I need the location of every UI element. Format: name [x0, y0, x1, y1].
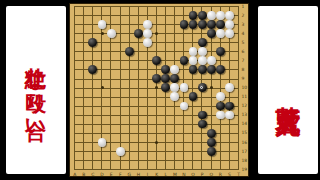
col-label: R — [216, 172, 224, 177]
white-stone — [216, 11, 225, 20]
row-label: 11 — [242, 94, 250, 99]
white-stone — [216, 111, 225, 120]
row-label: 16 — [242, 140, 250, 145]
black-stone — [198, 83, 207, 92]
white-stone — [207, 56, 216, 65]
row-label: 12 — [242, 103, 250, 108]
black-stone — [189, 92, 198, 101]
white-stone — [180, 102, 189, 111]
black-stone — [189, 20, 198, 29]
row-label: 8 — [242, 67, 250, 72]
col-label: J — [144, 172, 152, 177]
black-stone — [216, 65, 225, 74]
black-stone — [198, 111, 207, 120]
white-stone — [170, 65, 179, 74]
black-stone — [189, 65, 198, 74]
col-label: C — [89, 172, 97, 177]
row-label: 3 — [242, 22, 250, 27]
black-stone — [152, 74, 161, 83]
white-stone — [180, 83, 189, 92]
black-stone — [216, 102, 225, 111]
black-stone — [198, 120, 207, 129]
go-board: ABCDEFGHJKLMNOPQRST 12345678910111213141… — [69, 3, 249, 177]
black-stone — [161, 65, 170, 74]
col-label: G — [125, 172, 133, 177]
star-point — [155, 32, 158, 35]
row-label: 7 — [242, 58, 250, 63]
star-point — [101, 32, 104, 35]
white-stone — [216, 29, 225, 38]
col-label: D — [98, 172, 106, 177]
white-stone — [225, 11, 234, 20]
black-stone — [207, 138, 216, 147]
black-stone — [198, 65, 207, 74]
star-point — [155, 86, 158, 89]
black-stone — [207, 129, 216, 138]
white-stone — [216, 92, 225, 101]
col-label: H — [134, 172, 142, 177]
col-label: K — [153, 172, 161, 177]
col-label: P — [198, 172, 206, 177]
white-stone — [189, 56, 198, 65]
col-label: E — [107, 172, 115, 177]
white-stone — [225, 111, 234, 120]
col-label: L — [162, 172, 170, 177]
white-stone — [107, 29, 116, 38]
black-stone — [161, 74, 170, 83]
row-label: 14 — [242, 121, 250, 126]
black-stone — [225, 102, 234, 111]
black-stone — [207, 65, 216, 74]
col-label: B — [80, 172, 88, 177]
black-stone — [216, 20, 225, 29]
white-stone — [143, 38, 152, 47]
row-label: 10 — [242, 85, 250, 90]
row-label: 5 — [242, 40, 250, 45]
thumbnail-stage: 壮絶な殴り合い ABCDEFGHJKLMNOPQRST 123456789101… — [0, 0, 320, 180]
white-stone — [143, 29, 152, 38]
white-stone — [170, 83, 179, 92]
white-stone — [170, 92, 179, 101]
star-point — [101, 86, 104, 89]
row-label: 1 — [242, 4, 250, 9]
row-label: 4 — [242, 31, 250, 36]
white-stone — [198, 47, 207, 56]
row-label: 2 — [242, 13, 250, 18]
row-label: 15 — [242, 130, 250, 135]
black-stone — [207, 20, 216, 29]
black-stone — [152, 56, 161, 65]
black-stone — [161, 83, 170, 92]
white-stone — [198, 56, 207, 65]
col-label: S — [225, 172, 233, 177]
col-label: A — [71, 172, 79, 177]
white-stone — [225, 83, 234, 92]
black-stone — [170, 74, 179, 83]
right-banner-text: 芝野虎丸名人 — [276, 87, 301, 93]
black-stone — [207, 29, 216, 38]
black-stone — [125, 47, 134, 56]
board-grid — [74, 6, 239, 170]
col-label: N — [180, 172, 188, 177]
star-point — [155, 141, 158, 144]
white-stone — [98, 138, 107, 147]
row-label: 13 — [242, 112, 250, 117]
left-banner-text: 壮絶な殴り合い — [26, 51, 47, 130]
row-label: 17 — [242, 149, 250, 154]
right-banner: 芝野虎丸名人 — [258, 6, 318, 174]
col-label: T — [235, 172, 243, 177]
white-stone — [116, 147, 125, 156]
black-stone — [189, 11, 198, 20]
row-label: 9 — [242, 76, 250, 81]
black-stone — [198, 20, 207, 29]
row-label: 19 — [242, 167, 250, 172]
black-stone — [180, 20, 189, 29]
left-banner: 壮絶な殴り合い — [6, 6, 66, 174]
white-stone — [225, 29, 234, 38]
white-stone — [225, 20, 234, 29]
star-point — [210, 86, 213, 89]
row-label: 6 — [242, 49, 250, 54]
black-stone — [134, 29, 143, 38]
black-stone — [88, 65, 97, 74]
black-stone — [198, 38, 207, 47]
black-stone — [216, 47, 225, 56]
black-stone — [88, 38, 97, 47]
black-stone — [180, 56, 189, 65]
col-label: F — [116, 172, 124, 177]
white-stone — [207, 11, 216, 20]
white-stone — [189, 47, 198, 56]
black-stone — [198, 11, 207, 20]
row-label: 18 — [242, 158, 250, 163]
white-stone — [143, 20, 152, 29]
white-stone — [98, 20, 107, 29]
col-label: M — [171, 172, 179, 177]
col-label: O — [189, 172, 197, 177]
black-stone — [207, 147, 216, 156]
last-move-marker — [200, 86, 203, 89]
col-label: Q — [207, 172, 215, 177]
